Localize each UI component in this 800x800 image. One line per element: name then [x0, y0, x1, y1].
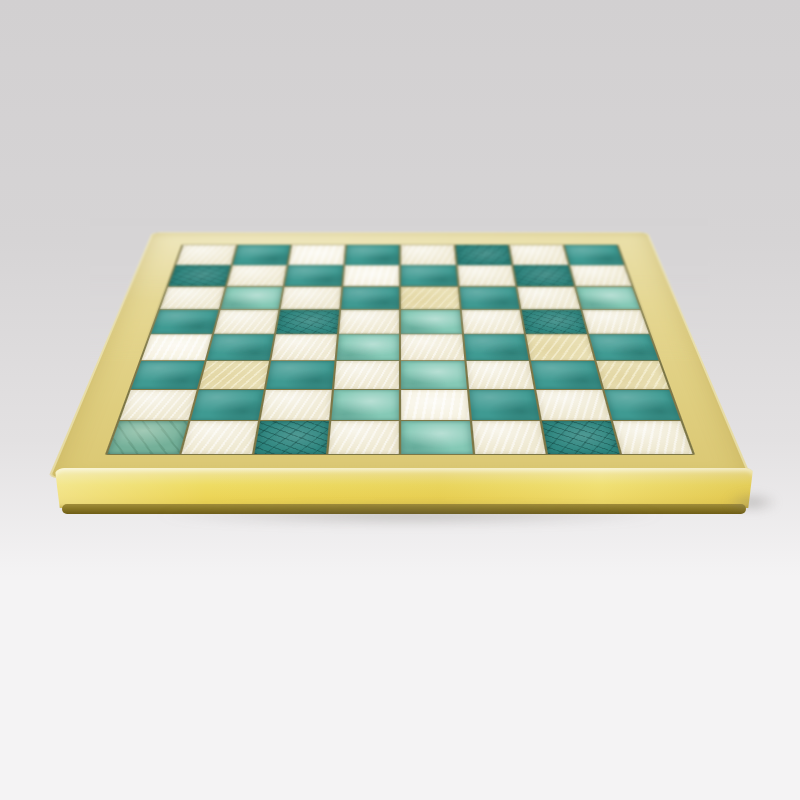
square-a8[interactable]: [176, 245, 236, 264]
square-b6[interactable]: [220, 287, 282, 309]
square-f6[interactable]: [459, 287, 519, 309]
square-f4[interactable]: [464, 334, 529, 360]
square-e6[interactable]: [401, 287, 459, 309]
square-d5[interactable]: [339, 310, 399, 334]
square-f8[interactable]: [455, 245, 511, 264]
square-g8[interactable]: [510, 245, 568, 264]
square-c5[interactable]: [276, 310, 339, 334]
chess-board: [48, 232, 752, 478]
board-squares: [105, 245, 695, 455]
square-h7[interactable]: [570, 265, 632, 286]
board-perspective-wrapper: [0, 0, 800, 800]
square-g4[interactable]: [526, 334, 594, 360]
square-b5[interactable]: [214, 310, 279, 334]
square-c2[interactable]: [260, 390, 331, 420]
square-a6[interactable]: [160, 287, 224, 309]
square-d7[interactable]: [343, 265, 399, 286]
square-e5[interactable]: [401, 310, 461, 334]
square-b3[interactable]: [199, 361, 269, 389]
square-b7[interactable]: [227, 265, 287, 286]
corner-shadow: [724, 492, 794, 518]
square-g7[interactable]: [513, 265, 573, 286]
square-d2[interactable]: [331, 390, 399, 420]
photo-background: [0, 0, 800, 800]
board-shadow: [66, 508, 754, 526]
square-g3[interactable]: [531, 361, 601, 389]
square-e4[interactable]: [401, 334, 464, 360]
square-h2[interactable]: [604, 390, 680, 420]
square-b4[interactable]: [206, 334, 274, 360]
square-h3[interactable]: [596, 361, 669, 389]
square-c4[interactable]: [271, 334, 336, 360]
square-e7[interactable]: [401, 265, 457, 286]
square-a5[interactable]: [151, 310, 218, 334]
square-b1[interactable]: [181, 421, 258, 454]
square-h5[interactable]: [582, 310, 649, 334]
square-a3[interactable]: [131, 361, 204, 389]
square-a7[interactable]: [168, 265, 230, 286]
square-d6[interactable]: [341, 287, 399, 309]
square-a4[interactable]: [142, 334, 212, 360]
square-h1[interactable]: [612, 421, 692, 454]
square-b2[interactable]: [190, 390, 264, 420]
square-f3[interactable]: [466, 361, 534, 389]
square-c3[interactable]: [266, 361, 334, 389]
square-c7[interactable]: [285, 265, 343, 286]
square-e1[interactable]: [401, 421, 472, 454]
square-g5[interactable]: [522, 310, 587, 334]
square-c6[interactable]: [281, 287, 341, 309]
square-f2[interactable]: [469, 390, 540, 420]
square-h8[interactable]: [564, 245, 624, 264]
square-a1[interactable]: [108, 421, 188, 454]
square-f5[interactable]: [461, 310, 524, 334]
square-e3[interactable]: [401, 361, 466, 389]
square-c1[interactable]: [254, 421, 328, 454]
square-d8[interactable]: [345, 245, 399, 264]
square-d4[interactable]: [336, 334, 399, 360]
square-a2[interactable]: [120, 390, 196, 420]
square-d1[interactable]: [328, 421, 399, 454]
square-e8[interactable]: [401, 245, 455, 264]
square-d3[interactable]: [334, 361, 399, 389]
board-front-edge: [52, 468, 756, 508]
square-h6[interactable]: [576, 287, 640, 309]
square-g1[interactable]: [542, 421, 619, 454]
square-g6[interactable]: [517, 287, 579, 309]
square-b8[interactable]: [232, 245, 290, 264]
square-c8[interactable]: [289, 245, 345, 264]
square-g2[interactable]: [536, 390, 610, 420]
square-h4[interactable]: [589, 334, 659, 360]
square-f7[interactable]: [457, 265, 515, 286]
square-f1[interactable]: [472, 421, 546, 454]
square-e2[interactable]: [401, 390, 469, 420]
